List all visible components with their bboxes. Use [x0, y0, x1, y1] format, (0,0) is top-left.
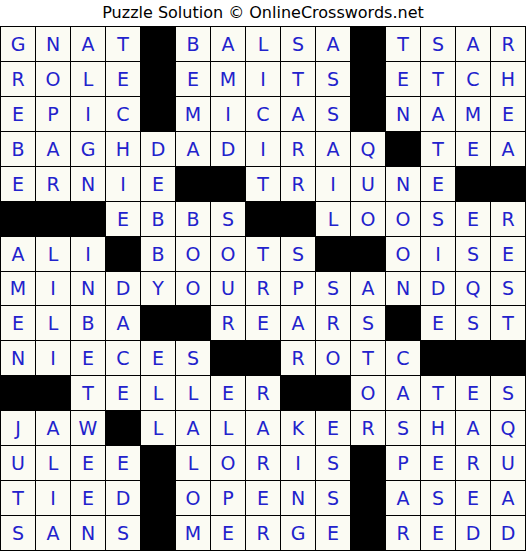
block-cell-r6-c2 — [36, 202, 70, 236]
cell-r13-c2: L — [36, 446, 70, 480]
cell-r3-c13: A — [421, 97, 455, 131]
cell-r10-c9: R — [281, 341, 315, 375]
cell-r9-c11: S — [351, 306, 385, 340]
cell-r8-c1: M — [1, 272, 35, 306]
cell-r7-c2: L — [36, 237, 70, 271]
cell-r13-c12: P — [386, 446, 420, 480]
cell-r5-c9: R — [281, 167, 315, 201]
cell-r5-c4: I — [106, 167, 140, 201]
block-cell-r5-c14 — [456, 167, 490, 201]
block-cell-r9-c6 — [176, 306, 210, 340]
cell-r3-c12: N — [386, 97, 420, 131]
cell-r13-c6: L — [176, 446, 210, 480]
cell-r13-c1: U — [1, 446, 35, 480]
cell-r13-c3: E — [71, 446, 105, 480]
cell-r11-c4: E — [106, 376, 140, 410]
cell-r12-c10: E — [316, 411, 350, 445]
cell-r1-c2: N — [36, 27, 70, 61]
cell-r6-c13: S — [421, 202, 455, 236]
cell-r7-c5: B — [141, 237, 175, 271]
cell-r9-c1: E — [1, 306, 35, 340]
cell-r3-c3: I — [71, 97, 105, 131]
cell-r13-c15: U — [491, 446, 525, 480]
cell-r7-c6: O — [176, 237, 210, 271]
cell-r2-c12: E — [386, 62, 420, 96]
block-cell-r12-c4 — [106, 411, 140, 445]
cell-r8-c6: O — [176, 272, 210, 306]
cell-r13-c10: S — [316, 446, 350, 480]
block-cell-r2-c5 — [141, 62, 175, 96]
cell-r3-c7: I — [211, 97, 245, 131]
cell-r12-c5: L — [141, 411, 175, 445]
cell-r15-c12: R — [386, 516, 420, 550]
cell-r8-c8: R — [246, 272, 280, 306]
cell-r14-c14: E — [456, 481, 490, 515]
cell-r5-c1: E — [1, 167, 35, 201]
cell-r11-c5: L — [141, 376, 175, 410]
cell-r2-c6: E — [176, 62, 210, 96]
block-cell-r6-c9 — [281, 202, 315, 236]
block-cell-r1-c5 — [141, 27, 175, 61]
cell-r10-c1: N — [1, 341, 35, 375]
block-cell-r14-c5 — [141, 481, 175, 515]
cell-r2-c1: R — [1, 62, 35, 96]
cell-r6-c4: E — [106, 202, 140, 236]
cell-r2-c10: S — [316, 62, 350, 96]
block-cell-r3-c11 — [351, 97, 385, 131]
cell-r8-c3: N — [71, 272, 105, 306]
cell-r12-c9: K — [281, 411, 315, 445]
cell-r1-c1: G — [1, 27, 35, 61]
cell-r8-c7: U — [211, 272, 245, 306]
block-cell-r13-c5 — [141, 446, 175, 480]
cell-r11-c8: R — [246, 376, 280, 410]
block-cell-r11-c10 — [316, 376, 350, 410]
cell-r1-c8: L — [246, 27, 280, 61]
cell-r6-c6: B — [176, 202, 210, 236]
block-cell-r7-c4 — [106, 237, 140, 271]
cell-r10-c10: O — [316, 341, 350, 375]
cell-r3-c2: P — [36, 97, 70, 131]
block-cell-r6-c8 — [246, 202, 280, 236]
cell-r2-c3: L — [71, 62, 105, 96]
cell-r1-c15: R — [491, 27, 525, 61]
block-cell-r15-c5 — [141, 516, 175, 550]
cell-r13-c9: I — [281, 446, 315, 480]
cell-r2-c2: O — [36, 62, 70, 96]
cell-r15-c8: R — [246, 516, 280, 550]
cell-r12-c13: H — [421, 411, 455, 445]
cell-r1-c3: A — [71, 27, 105, 61]
cell-r2-c7: M — [211, 62, 245, 96]
cell-r6-c10: L — [316, 202, 350, 236]
cell-r4-c8: I — [246, 132, 280, 166]
cell-r12-c1: J — [1, 411, 35, 445]
cell-r8-c11: A — [351, 272, 385, 306]
block-cell-r11-c2 — [36, 376, 70, 410]
block-cell-r13-c11 — [351, 446, 385, 480]
cell-r7-c8: T — [246, 237, 280, 271]
cell-r15-c1: S — [1, 516, 35, 550]
cell-r7-c7: O — [211, 237, 245, 271]
cell-r4-c11: Q — [351, 132, 385, 166]
block-cell-r5-c7 — [211, 167, 245, 201]
block-cell-r4-c12 — [386, 132, 420, 166]
block-cell-r6-c3 — [71, 202, 105, 236]
block-cell-r7-c11 — [351, 237, 385, 271]
cell-r9-c4: A — [106, 306, 140, 340]
cell-r3-c8: C — [246, 97, 280, 131]
cell-r12-c7: L — [211, 411, 245, 445]
cell-r10-c3: E — [71, 341, 105, 375]
cell-r8-c4: D — [106, 272, 140, 306]
cell-r5-c5: E — [141, 167, 175, 201]
cell-r11-c14: E — [456, 376, 490, 410]
cell-r8-c2: I — [36, 272, 70, 306]
cell-r9-c7: R — [211, 306, 245, 340]
cell-r7-c13: I — [421, 237, 455, 271]
cell-r3-c9: A — [281, 97, 315, 131]
block-cell-r5-c6 — [176, 167, 210, 201]
cell-r8-c13: D — [421, 272, 455, 306]
cell-r3-c1: E — [1, 97, 35, 131]
cell-r5-c2: R — [36, 167, 70, 201]
cell-r15-c14: D — [456, 516, 490, 550]
cell-r8-c12: N — [386, 272, 420, 306]
cell-r9-c10: R — [316, 306, 350, 340]
cell-r11-c3: T — [71, 376, 105, 410]
cell-r1-c4: T — [106, 27, 140, 61]
cell-r2-c14: C — [456, 62, 490, 96]
block-cell-r10-c7 — [211, 341, 245, 375]
cell-r1-c7: A — [211, 27, 245, 61]
cell-r4-c10: A — [316, 132, 350, 166]
cell-r8-c14: Q — [456, 272, 490, 306]
crossword-grid: GNATBALSATSARROLEEMITSETCHEPICMICASNAMEB… — [0, 26, 526, 551]
block-cell-r10-c15 — [491, 341, 525, 375]
cell-r5-c12: N — [386, 167, 420, 201]
cell-r14-c4: D — [106, 481, 140, 515]
cell-r7-c1: A — [1, 237, 35, 271]
cell-r2-c13: T — [421, 62, 455, 96]
cell-r6-c12: O — [386, 202, 420, 236]
cell-r15-c6: M — [176, 516, 210, 550]
page-title: Puzzle Solution © OnlineCrosswords.net — [0, 0, 526, 26]
cell-r4-c14: E — [456, 132, 490, 166]
puzzle-solution-page: Puzzle Solution © OnlineCrosswords.net G… — [0, 0, 526, 551]
cell-r2-c15: H — [491, 62, 525, 96]
cell-r1-c9: S — [281, 27, 315, 61]
cell-r4-c2: A — [36, 132, 70, 166]
cell-r9-c2: L — [36, 306, 70, 340]
cell-r1-c6: B — [176, 27, 210, 61]
block-cell-r11-c1 — [1, 376, 35, 410]
cell-r8-c9: P — [281, 272, 315, 306]
cell-r3-c6: M — [176, 97, 210, 131]
cell-r6-c5: B — [141, 202, 175, 236]
block-cell-r9-c5 — [141, 306, 175, 340]
cell-r4-c13: T — [421, 132, 455, 166]
cell-r12-c8: A — [246, 411, 280, 445]
cell-r14-c12: A — [386, 481, 420, 515]
cell-r12-c3: W — [71, 411, 105, 445]
block-cell-r2-c11 — [351, 62, 385, 96]
cell-r14-c9: N — [281, 481, 315, 515]
cell-r5-c11: U — [351, 167, 385, 201]
cell-r14-c15: A — [491, 481, 525, 515]
block-cell-r9-c12 — [386, 306, 420, 340]
cell-r5-c3: N — [71, 167, 105, 201]
cell-r11-c13: T — [421, 376, 455, 410]
cell-r14-c10: S — [316, 481, 350, 515]
cell-r4-c6: A — [176, 132, 210, 166]
cell-r14-c3: E — [71, 481, 105, 515]
cell-r2-c4: E — [106, 62, 140, 96]
block-cell-r1-c11 — [351, 27, 385, 61]
cell-r3-c4: C — [106, 97, 140, 131]
cell-r4-c7: D — [211, 132, 245, 166]
cell-r9-c15: T — [491, 306, 525, 340]
cell-r14-c1: T — [1, 481, 35, 515]
cell-r4-c5: D — [141, 132, 175, 166]
cell-r4-c15: A — [491, 132, 525, 166]
cell-r15-c7: E — [211, 516, 245, 550]
cell-r11-c11: O — [351, 376, 385, 410]
cell-r12-c11: R — [351, 411, 385, 445]
cell-r13-c13: E — [421, 446, 455, 480]
cell-r3-c14: M — [456, 97, 490, 131]
cell-r12-c12: S — [386, 411, 420, 445]
cell-r1-c10: A — [316, 27, 350, 61]
cell-r6-c14: E — [456, 202, 490, 236]
cell-r14-c2: I — [36, 481, 70, 515]
cell-r11-c6: L — [176, 376, 210, 410]
cell-r9-c9: A — [281, 306, 315, 340]
cell-r1-c13: S — [421, 27, 455, 61]
cell-r11-c15: S — [491, 376, 525, 410]
cell-r10-c5: E — [141, 341, 175, 375]
cell-r4-c4: H — [106, 132, 140, 166]
cell-r14-c13: S — [421, 481, 455, 515]
cell-r1-c12: T — [386, 27, 420, 61]
cell-r13-c14: R — [456, 446, 490, 480]
cell-r4-c9: R — [281, 132, 315, 166]
cell-r15-c4: S — [106, 516, 140, 550]
cell-r9-c13: E — [421, 306, 455, 340]
cell-r3-c15: E — [491, 97, 525, 131]
cell-r13-c4: E — [106, 446, 140, 480]
cell-r6-c15: R — [491, 202, 525, 236]
cell-r15-c3: N — [71, 516, 105, 550]
block-cell-r5-c15 — [491, 167, 525, 201]
cell-r9-c8: E — [246, 306, 280, 340]
cell-r2-c8: I — [246, 62, 280, 96]
cell-r15-c15: D — [491, 516, 525, 550]
cell-r14-c6: O — [176, 481, 210, 515]
cell-r15-c13: E — [421, 516, 455, 550]
cell-r9-c14: S — [456, 306, 490, 340]
cell-r8-c15: S — [491, 272, 525, 306]
block-cell-r6-c1 — [1, 202, 35, 236]
cell-r14-c7: P — [211, 481, 245, 515]
block-cell-r3-c5 — [141, 97, 175, 131]
cell-r10-c12: C — [386, 341, 420, 375]
cell-r7-c3: I — [71, 237, 105, 271]
cell-r8-c10: S — [316, 272, 350, 306]
cell-r5-c8: T — [246, 167, 280, 201]
cell-r10-c6: S — [176, 341, 210, 375]
cell-r5-c10: I — [316, 167, 350, 201]
cell-r1-c14: A — [456, 27, 490, 61]
block-cell-r7-c10 — [316, 237, 350, 271]
cell-r10-c11: T — [351, 341, 385, 375]
cell-r12-c15: Q — [491, 411, 525, 445]
cell-r9-c3: B — [71, 306, 105, 340]
block-cell-r10-c14 — [456, 341, 490, 375]
block-cell-r10-c8 — [246, 341, 280, 375]
cell-r4-c1: B — [1, 132, 35, 166]
cell-r13-c8: R — [246, 446, 280, 480]
cell-r11-c12: A — [386, 376, 420, 410]
cell-r8-c5: Y — [141, 272, 175, 306]
cell-r10-c2: I — [36, 341, 70, 375]
cell-r2-c9: T — [281, 62, 315, 96]
block-cell-r15-c11 — [351, 516, 385, 550]
cell-r12-c2: A — [36, 411, 70, 445]
block-cell-r11-c9 — [281, 376, 315, 410]
cell-r14-c8: E — [246, 481, 280, 515]
cell-r7-c9: S — [281, 237, 315, 271]
cell-r15-c10: E — [316, 516, 350, 550]
cell-r15-c9: G — [281, 516, 315, 550]
cell-r15-c2: A — [36, 516, 70, 550]
cell-r7-c12: O — [386, 237, 420, 271]
cell-r4-c3: G — [71, 132, 105, 166]
block-cell-r10-c13 — [421, 341, 455, 375]
cell-r13-c7: O — [211, 446, 245, 480]
cell-r5-c13: E — [421, 167, 455, 201]
cell-r6-c7: S — [211, 202, 245, 236]
cell-r11-c7: E — [211, 376, 245, 410]
cell-r12-c6: A — [176, 411, 210, 445]
cell-r7-c14: S — [456, 237, 490, 271]
cell-r12-c14: A — [456, 411, 490, 445]
cell-r3-c10: S — [316, 97, 350, 131]
cell-r10-c4: C — [106, 341, 140, 375]
cell-r7-c15: E — [491, 237, 525, 271]
block-cell-r14-c11 — [351, 481, 385, 515]
cell-r6-c11: O — [351, 202, 385, 236]
